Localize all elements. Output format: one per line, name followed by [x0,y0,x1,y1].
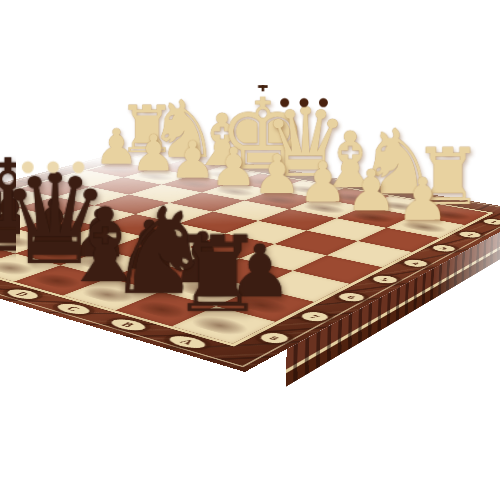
perspective-container: HGFEDCBA 12345678 ♜♞♝♛● ● ●♚♝♞♜♟♟♟♟♟♟♟♟♟… [0,0,500,500]
dark-rook-icon: ♜ [112,223,322,328]
light-pawn-icon: ♟ [341,170,500,229]
chess-board: HGFEDCBA 12345678 ♜♞♝♛● ● ●♚♝♞♜♟♟♟♟♟♟♟♟♟… [0,146,500,372]
queen-crown-beads: ● ● ● [233,96,377,108]
product-photo-scene: HGFEDCBA 12345678 ♜♞♝♛● ● ●♚♝♞♜♟♟♟♟♟♟♟♟♟… [0,0,500,500]
queen-crown-beads: ● ● ● [0,158,149,173]
